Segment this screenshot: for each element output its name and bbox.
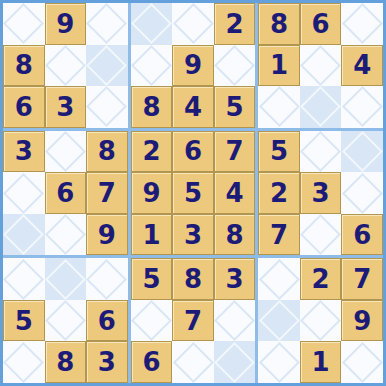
- box-1-1: 9863: [3, 3, 128, 128]
- cell-r4c8[interactable]: [300, 131, 342, 173]
- cell-r5c1[interactable]: [3, 172, 45, 214]
- cell-r5c3: 7: [86, 172, 128, 214]
- diamond-mark-icon: [86, 259, 127, 300]
- cell-r1c9[interactable]: [341, 3, 383, 45]
- diamond-mark-icon: [259, 300, 300, 341]
- box-3-2: 58376: [131, 258, 256, 383]
- cell-r8c1: 5: [3, 300, 45, 342]
- cell-r8c7[interactable]: [258, 300, 300, 342]
- cell-r7c3[interactable]: [86, 258, 128, 300]
- diamond-mark-icon: [131, 300, 172, 341]
- cell-r7c9: 7: [341, 258, 383, 300]
- cell-r2c7: 1: [258, 45, 300, 87]
- cell-r5c9[interactable]: [341, 172, 383, 214]
- cell-r9c3: 3: [86, 341, 128, 383]
- cell-r5c7: 2: [258, 172, 300, 214]
- cell-r5c4: 9: [131, 172, 173, 214]
- diamond-mark-icon: [342, 173, 383, 214]
- diamond-mark-icon: [45, 131, 86, 172]
- diamond-mark-icon: [342, 131, 383, 172]
- cell-r4c7: 5: [258, 131, 300, 173]
- cell-r9c7[interactable]: [258, 341, 300, 383]
- cell-r9c9[interactable]: [341, 341, 383, 383]
- cell-r3c2: 3: [45, 86, 87, 128]
- cell-r1c5[interactable]: [172, 3, 214, 45]
- diamond-mark-icon: [3, 259, 44, 300]
- cell-r5c8: 3: [300, 172, 342, 214]
- box-3-3: 2791: [258, 258, 383, 383]
- diamond-mark-icon: [173, 3, 214, 44]
- cell-r6c9: 6: [341, 214, 383, 256]
- diamond-mark-icon: [3, 173, 44, 214]
- cell-r7c2[interactable]: [45, 258, 87, 300]
- cell-r3c3[interactable]: [86, 86, 128, 128]
- cell-r3c6: 5: [214, 86, 256, 128]
- diamond-mark-icon: [259, 259, 300, 300]
- cell-r8c8[interactable]: [300, 300, 342, 342]
- cell-r8c6[interactable]: [214, 300, 256, 342]
- cell-r5c6: 4: [214, 172, 256, 214]
- diamond-mark-icon: [214, 45, 255, 86]
- cell-r4c9[interactable]: [341, 131, 383, 173]
- cell-r7c4: 5: [131, 258, 173, 300]
- cell-r4c6: 7: [214, 131, 256, 173]
- cell-r1c1[interactable]: [3, 3, 45, 45]
- cell-r2c8[interactable]: [300, 45, 342, 87]
- cell-r6c5: 3: [172, 214, 214, 256]
- cell-r5c5: 5: [172, 172, 214, 214]
- cell-r3c4: 8: [131, 86, 173, 128]
- diamond-mark-icon: [342, 342, 383, 383]
- diamond-mark-icon: [131, 45, 172, 86]
- cell-r2c6[interactable]: [214, 45, 256, 87]
- cell-r6c3: 9: [86, 214, 128, 256]
- cell-r2c5: 9: [172, 45, 214, 87]
- diamond-mark-icon: [45, 259, 86, 300]
- cell-r1c7: 8: [258, 3, 300, 45]
- cell-r4c3: 8: [86, 131, 128, 173]
- box-1-3: 8614: [258, 3, 383, 128]
- cell-r2c1: 8: [3, 45, 45, 87]
- cell-r6c2[interactable]: [45, 214, 87, 256]
- cell-r3c5: 4: [172, 86, 214, 128]
- diamond-mark-icon: [300, 45, 341, 86]
- diamond-mark-icon: [173, 342, 214, 383]
- cell-r7c7[interactable]: [258, 258, 300, 300]
- box-2-1: 38679: [3, 131, 128, 256]
- cell-r2c2[interactable]: [45, 45, 87, 87]
- cell-r2c4[interactable]: [131, 45, 173, 87]
- diamond-mark-icon: [45, 45, 86, 86]
- cell-r5c2: 6: [45, 172, 87, 214]
- cell-r1c3[interactable]: [86, 3, 128, 45]
- cell-r4c1: 3: [3, 131, 45, 173]
- diamond-mark-icon: [86, 3, 127, 44]
- diamond-mark-icon: [45, 300, 86, 341]
- diamond-mark-icon: [3, 3, 44, 44]
- diamond-mark-icon: [300, 300, 341, 341]
- sudoku-board: 9863298458614386792679541385237656835837…: [0, 0, 386, 386]
- cell-r9c1[interactable]: [3, 341, 45, 383]
- cell-r3c9[interactable]: [341, 86, 383, 128]
- diamond-mark-icon: [300, 214, 341, 255]
- diamond-mark-icon: [214, 342, 255, 383]
- diamond-mark-icon: [86, 45, 127, 86]
- cell-r8c5: 7: [172, 300, 214, 342]
- cell-r6c6: 8: [214, 214, 256, 256]
- box-2-2: 267954138: [131, 131, 256, 256]
- diamond-mark-icon: [259, 86, 300, 127]
- box-2-3: 52376: [258, 131, 383, 256]
- cell-r1c8: 6: [300, 3, 342, 45]
- box-1-2: 29845: [131, 3, 256, 128]
- cell-r4c5: 6: [172, 131, 214, 173]
- cell-r9c4: 6: [131, 341, 173, 383]
- cell-r7c8: 2: [300, 258, 342, 300]
- diamond-mark-icon: [131, 3, 172, 44]
- cell-r4c2[interactable]: [45, 131, 87, 173]
- cell-r9c2: 8: [45, 341, 87, 383]
- cell-r1c6: 2: [214, 3, 256, 45]
- cell-r8c4[interactable]: [131, 300, 173, 342]
- diamond-mark-icon: [214, 300, 255, 341]
- cell-r6c7: 7: [258, 214, 300, 256]
- cell-r7c5: 8: [172, 258, 214, 300]
- cell-r6c4: 1: [131, 214, 173, 256]
- diamond-mark-icon: [300, 86, 341, 127]
- cell-r2c3[interactable]: [86, 45, 128, 87]
- diamond-mark-icon: [86, 86, 127, 127]
- diamond-mark-icon: [342, 3, 383, 44]
- diamond-mark-icon: [3, 342, 44, 383]
- cell-r4c4: 2: [131, 131, 173, 173]
- cell-r2c9: 4: [341, 45, 383, 87]
- diamond-mark-icon: [259, 342, 300, 383]
- cell-r6c1[interactable]: [3, 214, 45, 256]
- cell-r8c9: 9: [341, 300, 383, 342]
- cell-r9c8: 1: [300, 341, 342, 383]
- diamond-mark-icon: [300, 131, 341, 172]
- cell-r6c8[interactable]: [300, 214, 342, 256]
- diamond-mark-icon: [342, 86, 383, 127]
- box-3-1: 5683: [3, 258, 128, 383]
- cell-r8c3: 6: [86, 300, 128, 342]
- cell-r9c6[interactable]: [214, 341, 256, 383]
- diamond-mark-icon: [3, 214, 44, 255]
- cell-r1c2: 9: [45, 3, 87, 45]
- cell-r7c6: 3: [214, 258, 256, 300]
- cell-r9c5[interactable]: [172, 341, 214, 383]
- cell-r8c2[interactable]: [45, 300, 87, 342]
- cell-r1c4[interactable]: [131, 3, 173, 45]
- cell-r3c1: 6: [3, 86, 45, 128]
- diamond-mark-icon: [45, 214, 86, 255]
- cell-r7c1[interactable]: [3, 258, 45, 300]
- cell-r3c7[interactable]: [258, 86, 300, 128]
- cell-r3c8[interactable]: [300, 86, 342, 128]
